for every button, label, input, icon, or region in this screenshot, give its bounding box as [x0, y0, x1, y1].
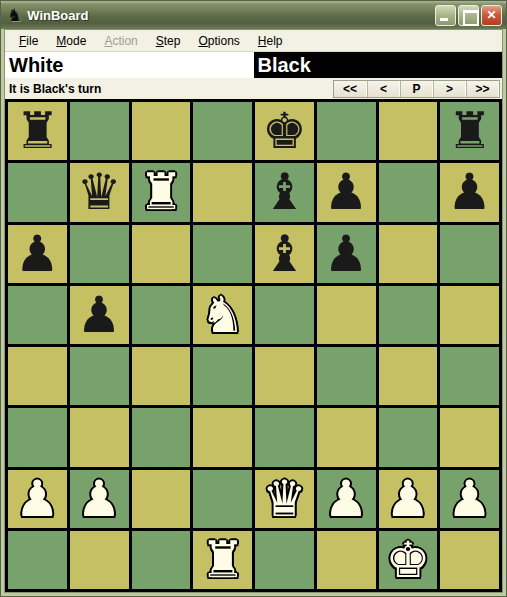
- square-h7[interactable]: ♟: [440, 163, 499, 221]
- white-pawn: ♟: [447, 474, 492, 524]
- square-a1[interactable]: [8, 531, 67, 589]
- white-player-label: White: [5, 52, 254, 78]
- close-button[interactable]: ✕: [481, 5, 502, 26]
- black-pawn: ♟: [447, 167, 492, 217]
- square-b2[interactable]: ♟: [70, 470, 129, 528]
- black-queen: ♛: [77, 167, 122, 217]
- nav-forward-button[interactable]: >: [433, 81, 466, 97]
- white-rook: ♜: [200, 535, 245, 585]
- nav-rewind-to-start-button[interactable]: <<: [334, 81, 367, 97]
- menu-item-action: Action: [96, 32, 145, 50]
- nav-forward-to-end-button[interactable]: >>: [466, 81, 499, 97]
- square-d5[interactable]: ♞: [193, 286, 252, 344]
- square-f2[interactable]: ♟: [317, 470, 376, 528]
- square-d1[interactable]: ♜: [193, 531, 252, 589]
- black-pawn: ♟: [324, 229, 369, 279]
- menu-item-help[interactable]: Help: [250, 32, 291, 50]
- square-a7[interactable]: [8, 163, 67, 221]
- square-a3[interactable]: [8, 408, 67, 466]
- square-a2[interactable]: ♟: [8, 470, 67, 528]
- square-c3[interactable]: [132, 408, 191, 466]
- square-b6[interactable]: [70, 225, 129, 283]
- knight-app-icon: ♞: [7, 7, 22, 24]
- square-c1[interactable]: [132, 531, 191, 589]
- black-bishop: ♝: [262, 167, 307, 217]
- maximize-button[interactable]: [458, 5, 479, 26]
- square-b8[interactable]: [70, 102, 129, 160]
- square-b1[interactable]: [70, 531, 129, 589]
- square-e8[interactable]: ♚: [255, 102, 314, 160]
- chess-board: ♜♚♜♛♜♝♟♟♟♝♟♟♞♟♟♛♟♟♟♜♚: [5, 99, 502, 592]
- square-d4[interactable]: [193, 347, 252, 405]
- square-f1[interactable]: [317, 531, 376, 589]
- black-pawn: ♟: [15, 229, 60, 279]
- winboard-window: ♞ WinBoard ✕ File Mode Action Step Optio…: [0, 0, 507, 597]
- white-rook: ♜: [138, 167, 183, 217]
- player-name-bars: White Black: [5, 52, 502, 78]
- square-f6[interactable]: ♟: [317, 225, 376, 283]
- square-g7[interactable]: [379, 163, 438, 221]
- square-c4[interactable]: [132, 347, 191, 405]
- square-a5[interactable]: [8, 286, 67, 344]
- square-c5[interactable]: [132, 286, 191, 344]
- square-h8[interactable]: ♜: [440, 102, 499, 160]
- square-a8[interactable]: ♜: [8, 102, 67, 160]
- white-pawn: ♟: [77, 474, 122, 524]
- square-e7[interactable]: ♝: [255, 163, 314, 221]
- square-c6[interactable]: [132, 225, 191, 283]
- square-h5[interactable]: [440, 286, 499, 344]
- window-title: WinBoard: [27, 8, 435, 23]
- black-pawn: ♟: [324, 167, 369, 217]
- white-knight: ♞: [200, 290, 245, 340]
- square-g3[interactable]: [379, 408, 438, 466]
- square-b3[interactable]: [70, 408, 129, 466]
- square-a4[interactable]: [8, 347, 67, 405]
- square-c7[interactable]: ♜: [132, 163, 191, 221]
- white-king: ♚: [385, 535, 430, 585]
- turn-status-text: It is Black's turn: [9, 82, 101, 96]
- title-bar[interactable]: ♞ WinBoard ✕: [1, 1, 506, 29]
- square-d7[interactable]: [193, 163, 252, 221]
- white-pawn: ♟: [324, 474, 369, 524]
- square-g8[interactable]: [379, 102, 438, 160]
- square-g2[interactable]: ♟: [379, 470, 438, 528]
- square-e2[interactable]: ♛: [255, 470, 314, 528]
- square-f4[interactable]: [317, 347, 376, 405]
- square-e3[interactable]: [255, 408, 314, 466]
- square-c2[interactable]: [132, 470, 191, 528]
- square-d3[interactable]: [193, 408, 252, 466]
- square-g4[interactable]: [379, 347, 438, 405]
- square-d6[interactable]: [193, 225, 252, 283]
- square-g5[interactable]: [379, 286, 438, 344]
- menu-item-options[interactable]: Options: [190, 32, 247, 50]
- square-h2[interactable]: ♟: [440, 470, 499, 528]
- square-f8[interactable]: [317, 102, 376, 160]
- square-f3[interactable]: [317, 408, 376, 466]
- square-h6[interactable]: [440, 225, 499, 283]
- black-rook: ♜: [15, 106, 60, 156]
- menu-item-step[interactable]: Step: [148, 32, 189, 50]
- black-pawn: ♟: [77, 290, 122, 340]
- square-b5[interactable]: ♟: [70, 286, 129, 344]
- square-e6[interactable]: ♝: [255, 225, 314, 283]
- square-f7[interactable]: ♟: [317, 163, 376, 221]
- white-queen: ♛: [262, 474, 307, 524]
- square-g1[interactable]: ♚: [379, 531, 438, 589]
- client-area: File Mode Action Step Options Help White…: [4, 29, 503, 593]
- square-e4[interactable]: [255, 347, 314, 405]
- black-player-label: Black: [254, 52, 503, 78]
- black-king: ♚: [262, 106, 307, 156]
- move-nav-strip: << < P > >>: [333, 80, 500, 98]
- nav-pause-button[interactable]: P: [400, 81, 433, 97]
- menu-bar: File Mode Action Step Options Help: [5, 30, 502, 52]
- square-f5[interactable]: [317, 286, 376, 344]
- square-d2[interactable]: [193, 470, 252, 528]
- square-e1[interactable]: [255, 531, 314, 589]
- nav-back-button[interactable]: <: [367, 81, 400, 97]
- menu-item-file[interactable]: File: [11, 32, 46, 50]
- square-a6[interactable]: ♟: [8, 225, 67, 283]
- square-e5[interactable]: [255, 286, 314, 344]
- square-d8[interactable]: [193, 102, 252, 160]
- square-b7[interactable]: ♛: [70, 163, 129, 221]
- minimize-button[interactable]: [435, 5, 456, 26]
- white-pawn: ♟: [15, 474, 60, 524]
- status-bar: It is Black's turn << < P > >>: [5, 78, 502, 99]
- black-bishop: ♝: [262, 229, 307, 279]
- square-c8[interactable]: [132, 102, 191, 160]
- menu-item-mode[interactable]: Mode: [48, 32, 94, 50]
- black-rook: ♜: [447, 106, 492, 156]
- square-h1[interactable]: [440, 531, 499, 589]
- square-h3[interactable]: [440, 408, 499, 466]
- square-b4[interactable]: [70, 347, 129, 405]
- white-pawn: ♟: [385, 474, 430, 524]
- square-h4[interactable]: [440, 347, 499, 405]
- square-g6[interactable]: [379, 225, 438, 283]
